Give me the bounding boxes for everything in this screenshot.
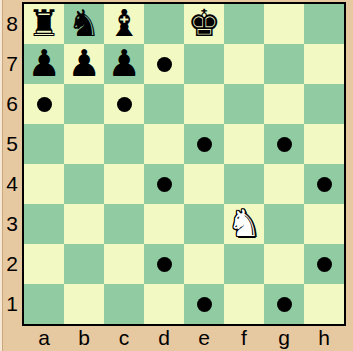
square-b1[interactable] (64, 284, 104, 324)
file-label-h: h (304, 326, 344, 351)
square-h5[interactable] (304, 124, 344, 164)
square-d1[interactable] (144, 284, 184, 324)
rank-labels: 87654321 (2, 4, 22, 324)
move-marker-dot-h2 (317, 257, 332, 272)
square-h6[interactable] (304, 84, 344, 124)
move-marker-dot-d4 (157, 177, 172, 192)
square-f1[interactable] (224, 284, 264, 324)
piece-black-pawn-a7[interactable]: ♟ (27, 44, 60, 84)
square-g3[interactable] (264, 204, 304, 244)
square-b2[interactable] (64, 244, 104, 284)
square-d2[interactable] (144, 244, 184, 284)
square-e4[interactable] (184, 164, 224, 204)
square-h4[interactable] (304, 164, 344, 204)
file-label-c: c (104, 326, 144, 351)
square-g8[interactable] (264, 4, 304, 44)
square-h8[interactable] (304, 4, 344, 44)
piece-white-knight-f3[interactable]: ♞ (227, 204, 260, 244)
square-g5[interactable] (264, 124, 304, 164)
square-b3[interactable] (64, 204, 104, 244)
square-d3[interactable] (144, 204, 184, 244)
file-label-b: b (64, 326, 104, 351)
move-marker-dot-a6 (37, 97, 52, 112)
square-c3[interactable] (104, 204, 144, 244)
square-a6[interactable] (24, 84, 64, 124)
file-label-f: f (224, 326, 264, 351)
square-f7[interactable] (224, 44, 264, 84)
square-c4[interactable] (104, 164, 144, 204)
square-f6[interactable] (224, 84, 264, 124)
move-marker-dot-c6 (117, 97, 132, 112)
move-marker-dot-d7 (157, 57, 172, 72)
square-e2[interactable] (184, 244, 224, 284)
square-g6[interactable] (264, 84, 304, 124)
rank-label-7: 7 (2, 44, 22, 84)
square-b7[interactable]: ♟ (64, 44, 104, 84)
square-h7[interactable] (304, 44, 344, 84)
square-h1[interactable] (304, 284, 344, 324)
square-d8[interactable] (144, 4, 184, 44)
square-g7[interactable] (264, 44, 304, 84)
chess-board: ♜♞♝♚♟♟♟♞ (22, 2, 346, 326)
square-d5[interactable] (144, 124, 184, 164)
rank-label-2: 2 (2, 244, 22, 284)
square-g2[interactable] (264, 244, 304, 284)
square-h2[interactable] (304, 244, 344, 284)
diagram-frame: 87654321 ♜♞♝♚♟♟♟♞ abcdefgh (0, 0, 353, 351)
file-labels: abcdefgh (24, 326, 344, 351)
file-label-d: d (144, 326, 184, 351)
rank-label-5: 5 (2, 124, 22, 164)
square-d7[interactable] (144, 44, 184, 84)
square-c8[interactable]: ♝ (104, 4, 144, 44)
square-e8[interactable]: ♚ (184, 4, 224, 44)
move-marker-dot-e1 (197, 297, 212, 312)
piece-black-king-e8[interactable]: ♚ (187, 4, 220, 44)
square-a3[interactable] (24, 204, 64, 244)
file-label-g: g (264, 326, 304, 351)
square-b6[interactable] (64, 84, 104, 124)
square-e3[interactable] (184, 204, 224, 244)
square-f2[interactable] (224, 244, 264, 284)
square-c5[interactable] (104, 124, 144, 164)
square-a7[interactable]: ♟ (24, 44, 64, 84)
square-d6[interactable] (144, 84, 184, 124)
square-e7[interactable] (184, 44, 224, 84)
square-e1[interactable] (184, 284, 224, 324)
move-marker-dot-g5 (277, 137, 292, 152)
square-c2[interactable] (104, 244, 144, 284)
square-b8[interactable]: ♞ (64, 4, 104, 44)
square-c7[interactable]: ♟ (104, 44, 144, 84)
rank-label-8: 8 (2, 4, 22, 44)
piece-black-pawn-b7[interactable]: ♟ (67, 44, 100, 84)
square-f3[interactable]: ♞ (224, 204, 264, 244)
square-h3[interactable] (304, 204, 344, 244)
square-a8[interactable]: ♜ (24, 4, 64, 44)
square-a4[interactable] (24, 164, 64, 204)
square-f4[interactable] (224, 164, 264, 204)
file-label-e: e (184, 326, 224, 351)
rank-label-6: 6 (2, 84, 22, 124)
piece-black-bishop-c8[interactable]: ♝ (107, 4, 140, 44)
move-marker-dot-d2 (157, 257, 172, 272)
square-b4[interactable] (64, 164, 104, 204)
piece-black-knight-b8[interactable]: ♞ (67, 4, 100, 44)
square-d4[interactable] (144, 164, 184, 204)
square-f5[interactable] (224, 124, 264, 164)
square-b5[interactable] (64, 124, 104, 164)
piece-black-rook-a8[interactable]: ♜ (27, 4, 60, 44)
move-marker-dot-e5 (197, 137, 212, 152)
rank-label-3: 3 (2, 204, 22, 244)
square-c1[interactable] (104, 284, 144, 324)
square-c6[interactable] (104, 84, 144, 124)
square-a1[interactable] (24, 284, 64, 324)
square-a2[interactable] (24, 244, 64, 284)
square-f8[interactable] (224, 4, 264, 44)
move-marker-dot-h4 (317, 177, 332, 192)
rank-label-4: 4 (2, 164, 22, 204)
rank-label-1: 1 (2, 284, 22, 324)
square-e6[interactable] (184, 84, 224, 124)
square-e5[interactable] (184, 124, 224, 164)
file-label-a: a (24, 326, 64, 351)
square-g4[interactable] (264, 164, 304, 204)
square-g1[interactable] (264, 284, 304, 324)
move-marker-dot-g1 (277, 297, 292, 312)
piece-black-pawn-c7[interactable]: ♟ (107, 44, 140, 84)
square-a5[interactable] (24, 124, 64, 164)
